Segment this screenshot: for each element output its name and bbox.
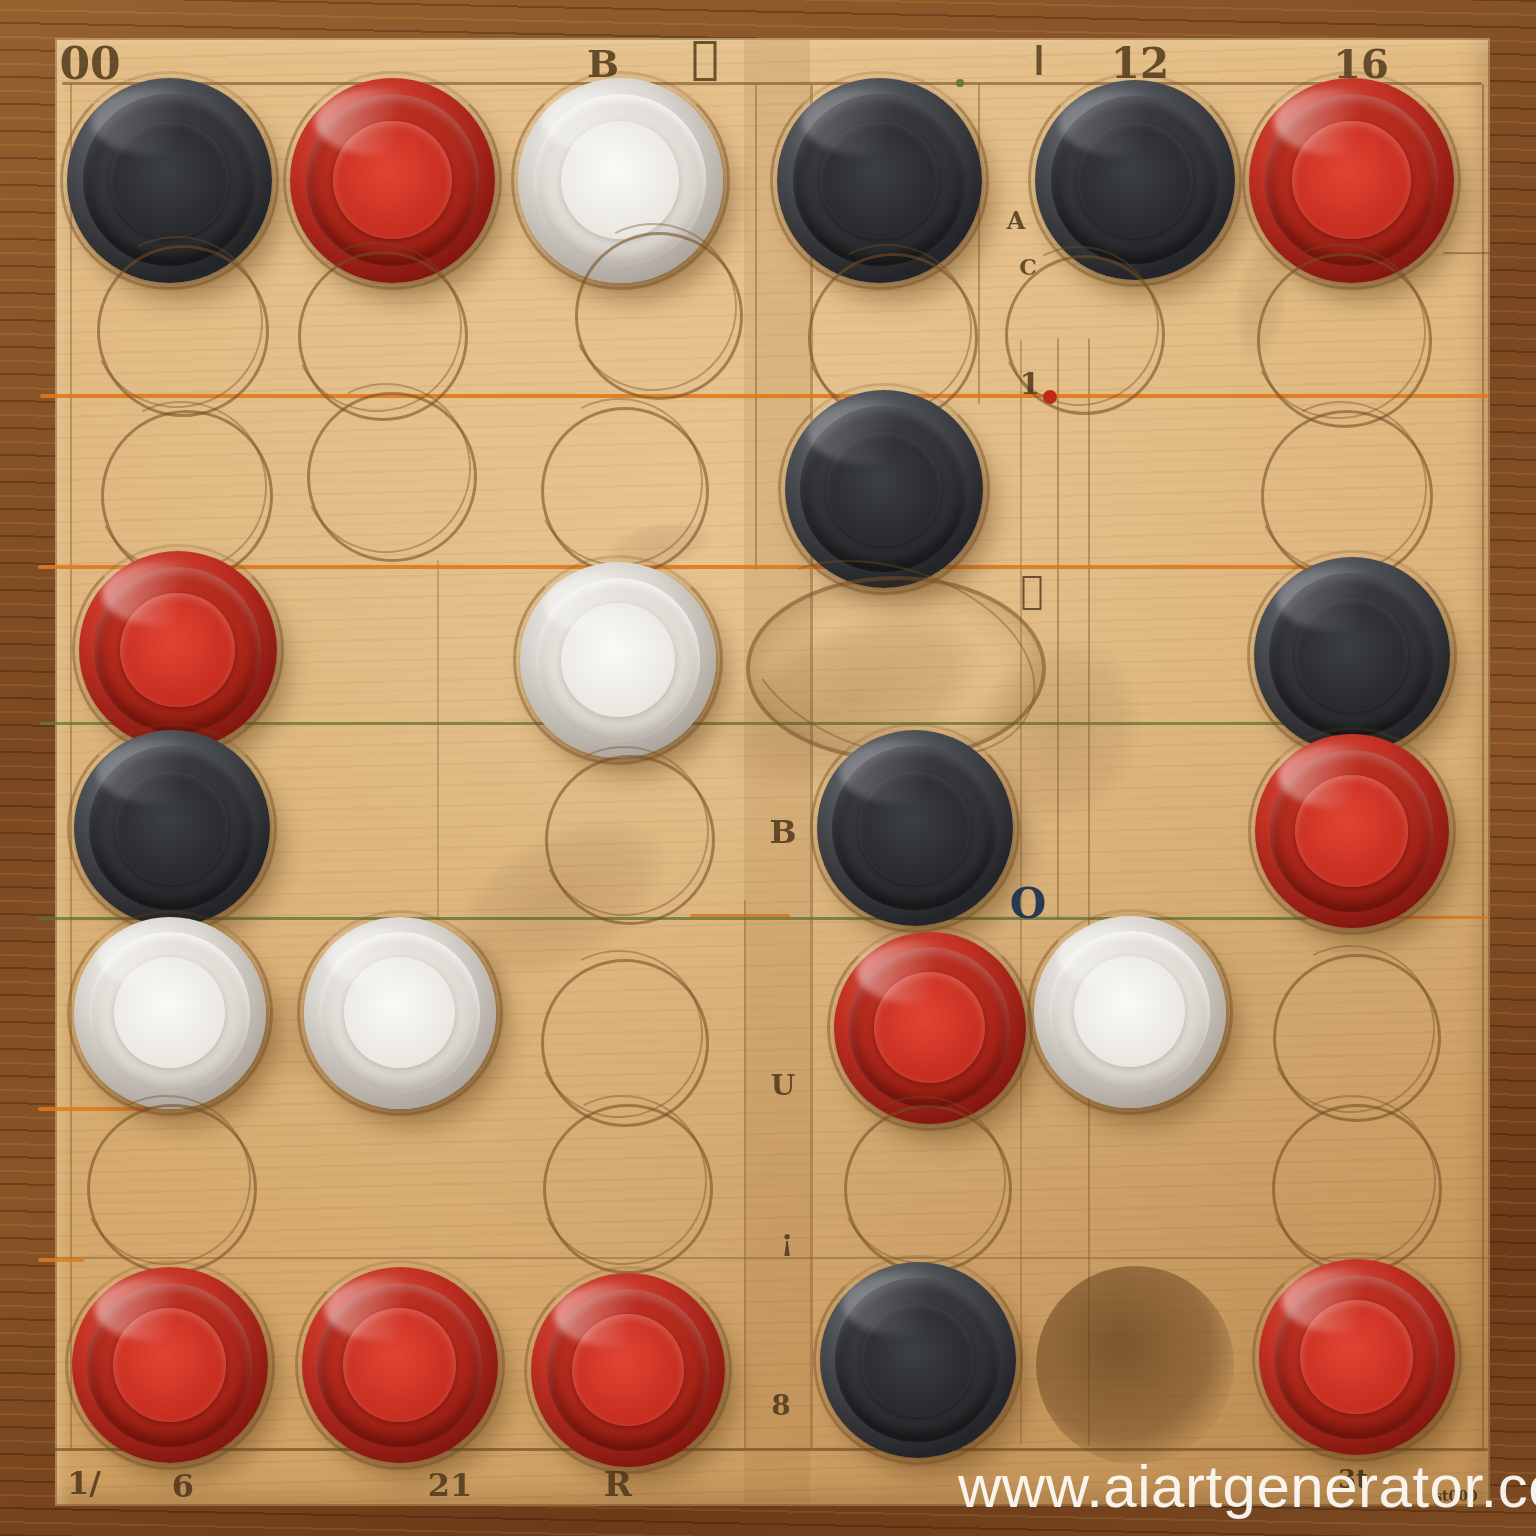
mid-layer [89,746,254,911]
rim-layer [1034,916,1226,1108]
rim-layer [74,730,270,926]
point-r5-c6 [1243,742,1490,922]
point-r3-c2 [278,410,507,566]
gloss-layer [857,941,976,1004]
core-layer [561,603,675,717]
rim-layer [820,1262,1016,1458]
rim-layer [1255,734,1449,928]
empty-point-circle[interactable] [541,407,709,575]
mid-layer [1049,931,1210,1092]
red-checker[interactable] [302,1267,498,1463]
black-checker[interactable] [785,390,983,588]
point-r3-c1 [55,410,278,566]
mid-layer [835,1278,1000,1443]
point-r7-c1 [55,1101,278,1276]
empty-point-circle[interactable] [97,245,269,417]
red-checker[interactable] [1259,1259,1455,1455]
mid-layer [1051,96,1219,264]
core-layer [343,1308,457,1422]
rim-layer [1254,557,1450,753]
rim-layer [304,917,496,1109]
core-layer [572,1314,685,1427]
point-r1-c5 [1020,38,1243,260]
gloss-layer [325,1277,447,1342]
point-r4-c6 [1243,566,1490,742]
gloss-layer [542,88,669,156]
mid-layer [89,932,250,1093]
red-checker[interactable] [531,1273,725,1467]
gloss-layer [1282,1269,1404,1334]
core-layer [1074,956,1185,1067]
core-layer [1300,1300,1414,1414]
point-r2-c5 [1020,260,1243,410]
empty-point-circle[interactable] [844,1105,1012,1273]
white-checker[interactable] [520,562,716,758]
mid-layer [1265,94,1437,266]
core-layer [1077,122,1193,238]
point-r5-c1 [55,742,278,922]
point-r6-c6 [1243,922,1490,1101]
point-r1-c4 [763,38,1020,260]
gloss-layer [97,740,219,805]
point-r4-c3 [507,566,763,742]
rim-layer [1259,1259,1455,1455]
mid-layer [87,1283,252,1448]
gloss-layer [327,926,446,989]
shadow-disc [1036,1266,1234,1464]
mid-layer [306,94,478,266]
rim-layer [74,917,266,1109]
point-r3-c4 [763,410,1020,566]
point-r8-c1 [55,1276,278,1506]
gloss-layer [808,400,931,465]
gloss-layer [1277,567,1399,632]
point-r6-c5 [1020,922,1243,1101]
mid-layer [536,578,701,743]
core-layer [820,121,939,240]
core-layer [1295,775,1408,888]
gloss-layer [102,561,225,626]
rim-layer [531,1273,725,1467]
point-r2-c1 [55,260,278,410]
rim-layer [520,562,716,758]
gloss-layer [92,88,219,156]
black-checker[interactable] [817,730,1013,926]
gloss-layer [1057,925,1176,988]
gloss-layer [95,1277,217,1342]
rim-layer [302,1267,498,1463]
core-layer [333,121,452,240]
point-r7-c3 [507,1101,763,1276]
core-layer [344,957,455,1068]
gloss-layer [97,926,216,989]
point-r8-c2 [278,1276,507,1506]
white-checker[interactable] [74,917,266,1109]
point-r1-c2 [278,38,507,260]
point-r1-c6 [1243,38,1490,260]
point-r7-c6 [1243,1101,1490,1276]
mid-layer [793,94,965,266]
rim-layer [79,551,277,749]
gloss-layer [802,88,929,156]
white-checker[interactable] [304,917,496,1109]
mid-layer [800,406,966,572]
point-r4-c1 [55,566,278,742]
rim-layer [817,730,1013,926]
core-layer [1292,121,1411,240]
gloss-layer [840,740,962,805]
red-checker[interactable] [1255,734,1449,928]
mid-layer [94,567,260,733]
red-checker[interactable] [834,932,1026,1124]
core-layer [110,121,229,240]
watermark-text: www.aiartgenerator.cc [958,1452,1536,1521]
point-r6-c1 [55,922,278,1101]
white-checker[interactable] [1034,916,1226,1108]
point-r1-c1 [55,38,278,260]
mid-layer [317,1283,482,1448]
gloss-layer [1059,90,1183,156]
core-layer [115,771,229,885]
mid-layer [832,746,997,911]
point-r4-c4 [763,566,1020,742]
red-checker[interactable] [79,551,277,749]
gloss-layer [544,572,666,637]
black-checker[interactable] [74,730,270,926]
mid-layer [1270,750,1433,913]
red-checker[interactable] [72,1267,268,1463]
rim-layer [834,932,1026,1124]
gloss-layer [315,88,442,156]
core-layer [120,593,235,708]
point-r5-c4 [763,742,1020,922]
black-checker[interactable] [820,1262,1016,1458]
core-layer [874,972,985,1083]
point-r6-c4 [763,922,1020,1101]
empty-point-circle[interactable] [87,1104,257,1274]
point-r3-c6 [1243,410,1490,566]
board-grid [55,38,1490,1506]
gloss-layer [1274,88,1401,156]
mid-layer [1269,573,1434,738]
core-layer [858,771,972,885]
rim-layer [72,1267,268,1463]
point-r6-c2 [278,922,507,1101]
empty-point-circle[interactable] [307,392,477,562]
point-r2-c3 [507,260,763,410]
core-layer [113,1308,227,1422]
point-r7-c4 [763,1101,1020,1276]
mid-layer [319,932,480,1093]
empty-point-circle[interactable] [1005,255,1165,415]
core-layer [861,1303,975,1417]
core-layer [114,957,225,1068]
mid-layer [849,947,1010,1108]
gloss-layer [1278,744,1398,808]
point-r6-c3 [507,922,763,1101]
black-checker[interactable] [1254,557,1450,753]
gloss-layer [554,1283,674,1347]
core-layer [826,432,941,547]
point-r5-c3 [507,742,763,922]
point-r2-c6 [1243,260,1490,410]
empty-point-circle[interactable] [1272,1104,1442,1274]
mid-layer [1274,1275,1439,1440]
gloss-layer [843,1272,965,1337]
core-layer [1295,598,1409,712]
empty-point-circle[interactable] [543,1104,713,1274]
rim-layer [785,390,983,588]
empty-point-circle[interactable] [575,232,743,400]
empty-point-circle[interactable] [545,755,715,925]
core-layer [561,121,680,240]
mid-layer [547,1289,710,1452]
point-r8-c3 [507,1276,763,1506]
game-board: 00B1216AC1BOU¡8R1/6213tst000 www.aiartge… [0,0,1536,1536]
point-r3-c3 [507,410,763,566]
